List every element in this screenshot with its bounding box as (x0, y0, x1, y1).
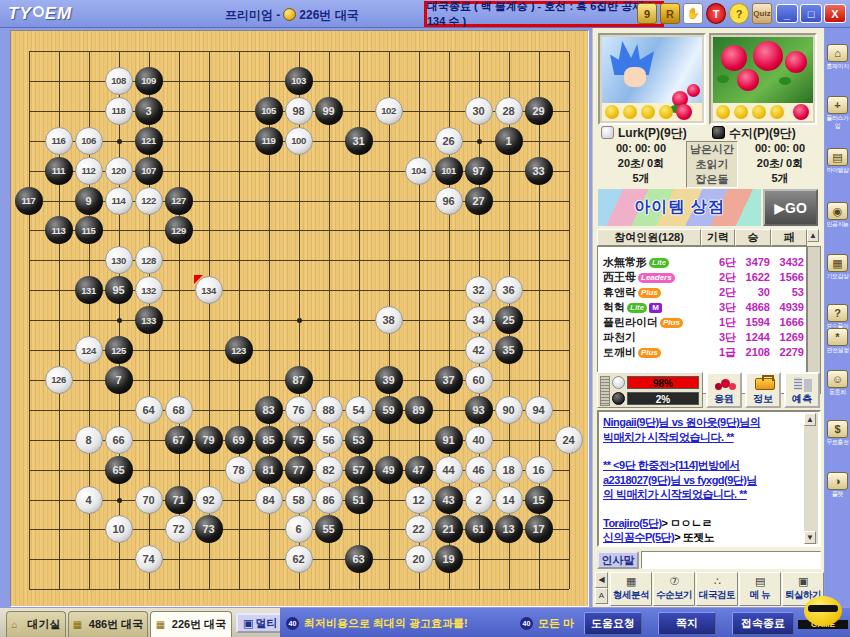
stone-96[interactable]: 96 (435, 187, 463, 215)
stone-17[interactable]: 17 (525, 515, 553, 543)
multi-button[interactable]: ▣멀티 (236, 613, 284, 633)
stone-25[interactable]: 25 (495, 306, 523, 334)
쪽지-button[interactable]: 쪽지 (658, 612, 716, 635)
chat-scroll-up[interactable]: ▲ (804, 413, 816, 426)
move-number: 115 (82, 225, 96, 236)
item-shop-go-button[interactable]: ▶GO (763, 189, 818, 226)
stone-116[interactable]: 116 (45, 127, 73, 155)
move-number: 27 (472, 195, 484, 207)
stone-88[interactable]: 88 (315, 396, 343, 424)
stone-123[interactable]: 123 (225, 336, 253, 364)
rail-label: 동호회 (825, 388, 850, 396)
move-number: 118 (112, 105, 126, 116)
stone-91[interactable]: 91 (435, 426, 463, 454)
move-number: 74 (142, 553, 154, 565)
move-number: 119 (262, 135, 276, 146)
button-label: 수순보기 (654, 589, 694, 602)
stone-1[interactable]: 1 (495, 127, 523, 155)
stone-3[interactable]: 3 (135, 97, 163, 125)
gibo-icon: ▦ (827, 254, 848, 272)
ad-badge-icon: 40 (520, 617, 533, 630)
coins-icon (786, 374, 818, 392)
stone-71[interactable]: 71 (165, 486, 193, 514)
stone-106[interactable]: 106 (75, 127, 103, 155)
ad-text: 최저비용으로 최대의 광고효과를! (304, 616, 468, 631)
stone-54[interactable]: 54 (345, 396, 373, 424)
메뉴-button[interactable]: ▤메 뉴 (739, 572, 781, 606)
move-number: 73 (202, 523, 214, 535)
stone-26[interactable]: 26 (435, 127, 463, 155)
접속종료-button[interactable]: 접속종료 (732, 612, 794, 635)
vote-box: 98% 2% (597, 372, 703, 408)
player-wins: 3479 (736, 255, 770, 270)
stone-105[interactable]: 105 (255, 97, 283, 125)
plus-badge: Plus (638, 288, 661, 298)
stone-4[interactable]: 4 (75, 486, 103, 514)
roster-scroll-up[interactable]: ▲ (807, 229, 819, 242)
stone-39[interactable]: 39 (375, 366, 403, 394)
stone-30[interactable]: 30 (465, 97, 493, 125)
stone-38[interactable]: 38 (375, 306, 403, 334)
stone-108[interactable]: 108 (105, 67, 133, 95)
stone-87[interactable]: 87 (285, 366, 313, 394)
tab-486번대국[interactable]: ▦486번 대국 (68, 611, 148, 637)
club-rail-item[interactable]: ☺동호회 (825, 370, 850, 396)
stone-79[interactable]: 79 (195, 426, 223, 454)
stone-84[interactable]: 84 (255, 486, 283, 514)
move-number: 19 (442, 553, 454, 565)
stone-61[interactable]: 61 (465, 515, 493, 543)
도움요청-button[interactable]: 도움요청 (584, 612, 642, 635)
close-button[interactable]: X (824, 4, 846, 23)
stone-126[interactable]: 126 (45, 366, 73, 394)
stone-97[interactable]: 97 (465, 157, 493, 185)
대국검토-button[interactable]: ∴대국검토 (696, 572, 738, 606)
move-number: 134 (201, 285, 215, 296)
stone-55[interactable]: 55 (315, 515, 343, 543)
move-number: 128 (141, 255, 155, 266)
item-shop-rail-item[interactable]: ▤아이템샵 (825, 148, 850, 174)
rank-9-badge-icon[interactable]: 9 (637, 3, 657, 24)
stone-129[interactable]: 129 (165, 216, 193, 244)
button-label: 대국검토 (697, 589, 737, 602)
button-label: 메 뉴 (740, 589, 780, 602)
move-number: 93 (472, 404, 484, 416)
stone-20[interactable]: 20 (405, 545, 433, 573)
stone-63[interactable]: 63 (345, 545, 373, 573)
stone-77[interactable]: 77 (285, 456, 313, 484)
problem-rail-item[interactable]: ?묘수풀이 (825, 304, 850, 330)
stone-99[interactable]: 99 (315, 97, 343, 125)
stone-114[interactable]: 114 (105, 187, 133, 215)
room-title: 226번 대국 (299, 8, 358, 22)
stone-115[interactable]: 115 (75, 216, 103, 244)
button-label: 정보 (747, 392, 779, 406)
stone-68[interactable]: 68 (165, 396, 193, 424)
stone-86[interactable]: 86 (315, 486, 343, 514)
stone-16[interactable]: 16 (525, 456, 553, 484)
titlebar-icons: 9 R ✋ T ? Quiz (637, 3, 772, 24)
move-number: 37 (442, 374, 454, 386)
stone-85[interactable]: 85 (255, 426, 283, 454)
move-number: 69 (232, 434, 244, 446)
stone-31[interactable]: 31 (345, 127, 373, 155)
stone-47[interactable]: 47 (405, 456, 433, 484)
stone-44[interactable]: 44 (435, 456, 463, 484)
plus-join-rail-item[interactable]: +플러스가입 (825, 96, 850, 130)
font-button[interactable]: A (595, 588, 608, 604)
stone-10[interactable]: 10 (105, 515, 133, 543)
stone-22[interactable]: 22 (405, 515, 433, 543)
stone-93[interactable]: 93 (465, 396, 493, 424)
ad-bar: 40최저비용으로 최대의 광고효과를!40모든 마도움요청쪽지접속종료 (280, 608, 850, 637)
stone-72[interactable]: 72 (165, 515, 193, 543)
player-rank: 3단 (706, 330, 736, 345)
move-number: 98 (292, 105, 304, 117)
move-number: 2 (475, 494, 481, 506)
move-number: 111 (52, 165, 65, 176)
move-number: 7 (115, 374, 121, 386)
move-number: 21 (442, 523, 454, 535)
move-number: 68 (172, 404, 184, 416)
stone-98[interactable]: 98 (285, 97, 313, 125)
move-number: 91 (442, 434, 454, 446)
stone-15[interactable]: 15 (525, 486, 553, 514)
item-shop-banner[interactable]: 아이템 상점 (598, 189, 761, 226)
player-rank: 2단 (706, 285, 736, 300)
stone-51[interactable]: 51 (345, 486, 373, 514)
stone-78[interactable]: 78 (225, 456, 253, 484)
greeting-button[interactable]: 인사말 (597, 551, 639, 569)
go-board[interactable]: 1081091031183105989910230282911610612111… (10, 30, 589, 607)
move-number: 86 (322, 494, 334, 506)
stone-119[interactable]: 119 (255, 127, 283, 155)
player-rank: 6단 (706, 255, 736, 270)
stone-95[interactable]: 95 (105, 276, 133, 304)
move-number: 67 (172, 434, 184, 446)
stone-67[interactable]: 67 (165, 426, 193, 454)
star-point (117, 318, 122, 323)
stone-57[interactable]: 57 (345, 456, 373, 484)
stone-120[interactable]: 120 (105, 157, 133, 185)
roster-row[interactable]: 휴앤락Plus2단3053 (598, 285, 806, 300)
stone-7[interactable]: 7 (105, 366, 133, 394)
stone-92[interactable]: 92 (195, 486, 223, 514)
tool-icon: ▦ (611, 573, 651, 589)
move-number: 57 (352, 464, 364, 476)
move-number: 1 (505, 135, 511, 147)
roster-row[interactable]: 토깨비Plus1급21082279 (598, 345, 806, 360)
move-number: 95 (112, 284, 124, 296)
board-icon: ▦ (73, 619, 86, 631)
형세분석-button[interactable]: ▦형세분석 (610, 572, 652, 606)
move-number: 104 (411, 165, 425, 176)
move-number: 107 (141, 165, 155, 176)
move-number: 20 (412, 553, 424, 565)
move-number: 78 (232, 464, 244, 476)
button-label: 형세분석 (611, 589, 651, 602)
stone-124[interactable]: 124 (75, 336, 103, 364)
stone-42[interactable]: 42 (465, 336, 493, 364)
player-rank: 1급 (706, 345, 736, 360)
예측-button[interactable]: 예측 (784, 372, 820, 408)
stone-28[interactable]: 28 (495, 97, 523, 125)
stone-58[interactable]: 58 (285, 486, 313, 514)
stone-46[interactable]: 46 (465, 456, 493, 484)
stone-81[interactable]: 81 (255, 456, 283, 484)
greeting-row: 인사말 (597, 551, 821, 569)
stone-111[interactable]: 111 (45, 157, 73, 185)
stone-75[interactable]: 75 (285, 426, 313, 454)
move-number: 83 (262, 404, 274, 416)
quiz-bulb-icon[interactable]: ? (729, 3, 749, 24)
player-name: 西王母Leaders (603, 270, 675, 285)
move-number: 64 (142, 404, 154, 416)
recharge-rail-item[interactable]: $무료충전 (825, 420, 850, 446)
button-label: 예측 (786, 392, 818, 406)
minimize-button[interactable]: _ (776, 4, 798, 23)
stone-29[interactable]: 29 (525, 97, 553, 125)
roster-header-loss[interactable]: 패 (771, 229, 807, 246)
stone-19[interactable]: 19 (435, 545, 463, 573)
roster-header-rank[interactable]: 기력 (701, 229, 735, 246)
stone-13[interactable]: 13 (495, 515, 523, 543)
응원-button[interactable]: 응원 (706, 372, 742, 408)
plus-join-icon: + (827, 96, 848, 114)
tab-label: 226번 대국 (172, 617, 226, 632)
stone-83[interactable]: 83 (255, 396, 283, 424)
move-number: 16 (532, 464, 544, 476)
stone-14[interactable]: 14 (495, 486, 523, 514)
move-number: 9 (85, 195, 91, 207)
stone-40[interactable]: 40 (465, 426, 493, 454)
player-losses: 4939 (770, 300, 804, 315)
rank-trophy-icon[interactable]: R (660, 3, 680, 24)
chat-line: 신의꼼수P(5단)> 또젯노 (603, 530, 803, 545)
roster-row[interactable]: 파천기3단12441269 (598, 330, 806, 345)
player-name: 파천기 (603, 330, 636, 345)
stone-21[interactable]: 21 (435, 515, 463, 543)
stone-122[interactable]: 122 (135, 187, 163, 215)
player-wins: 2108 (736, 345, 770, 360)
stone-125[interactable]: 125 (105, 336, 133, 364)
quiz-mail-icon[interactable]: Quiz (752, 3, 772, 24)
stone-132[interactable]: 132 (135, 276, 163, 304)
vote-slider[interactable] (600, 376, 610, 406)
chat-line: ** <9단 한중전>[114]번방에서 (603, 458, 803, 473)
maximize-button[interactable]: □ (800, 4, 822, 23)
stone-118[interactable]: 118 (105, 97, 133, 125)
stone-113[interactable]: 113 (45, 216, 73, 244)
chat-scroll-down[interactable]: ▼ (804, 531, 816, 544)
stone-130[interactable]: 130 (105, 246, 133, 274)
settings-rail-item[interactable]: *관전설정 (825, 328, 850, 354)
stone-76[interactable]: 76 (285, 396, 313, 424)
stone-102[interactable]: 102 (375, 97, 403, 125)
stone-104[interactable]: 104 (405, 157, 433, 185)
move-number: 105 (261, 105, 275, 116)
move-number: 131 (81, 285, 95, 296)
stone-133[interactable]: 133 (135, 306, 163, 334)
stone-6[interactable]: 6 (285, 515, 313, 543)
roster-row[interactable]: 水無常形Lite6단34793432 (598, 255, 806, 270)
tab-대기실[interactable]: ⌂대기실 (6, 611, 66, 637)
chat-scrollbar[interactable]: ▲ ▼ (804, 413, 818, 544)
grid-line (569, 51, 570, 589)
stone-70[interactable]: 70 (135, 486, 163, 514)
stone-2[interactable]: 2 (465, 486, 493, 514)
move-number: 31 (352, 135, 364, 147)
white-periods: 5개 (598, 171, 684, 186)
stone-8[interactable]: 8 (75, 426, 103, 454)
tab-226번대국[interactable]: ▦226번 대국 (150, 611, 232, 637)
move-number: 102 (381, 105, 395, 116)
stone-74[interactable]: 74 (135, 545, 163, 573)
star-point (117, 139, 122, 144)
stone-131[interactable]: 131 (75, 276, 103, 304)
stone-94[interactable]: 94 (525, 396, 553, 424)
stone-59[interactable]: 59 (375, 396, 403, 424)
move-number: 32 (472, 284, 484, 296)
roster-header-win[interactable]: 승 (735, 229, 771, 246)
gibo-rail-item[interactable]: ▦기보감상 (825, 254, 850, 280)
stone-34[interactable]: 34 (465, 306, 493, 334)
star-point (297, 318, 302, 323)
stone-24[interactable]: 24 (555, 426, 583, 454)
move-number: 51 (352, 494, 364, 506)
gold-stone-icon (283, 8, 296, 21)
move-number: 43 (442, 494, 454, 506)
chat-box[interactable]: Ningaii(9단)님 vs 원아웃(9단)님의빅매치가 시작되었습니다. *… (597, 410, 821, 547)
chat-input[interactable] (641, 551, 821, 569)
home-rail-item[interactable]: ⌂홈페이지 (825, 44, 850, 70)
수순보기-button[interactable]: ⑦수순보기 (653, 572, 695, 606)
move-number: 130 (111, 255, 125, 266)
stone-117[interactable]: 117 (15, 187, 43, 215)
stone-127[interactable]: 127 (165, 187, 193, 215)
player-name: 헉헉LiteM (603, 300, 662, 315)
stone-121[interactable]: 121 (135, 127, 163, 155)
hand-icon[interactable]: ✋ (683, 3, 703, 24)
last-move-marker (194, 275, 203, 284)
stone-134[interactable]: 134 (195, 276, 223, 304)
move-number: 56 (322, 434, 334, 446)
stone-12[interactable]: 12 (405, 486, 433, 514)
collapse-button[interactable]: ◀ (595, 572, 608, 588)
stone-32[interactable]: 32 (465, 276, 493, 304)
move-number: 3 (145, 105, 151, 117)
stone-103[interactable]: 103 (285, 67, 313, 95)
stone-101[interactable]: 101 (435, 157, 463, 185)
stone-60[interactable]: 60 (465, 366, 493, 394)
stone-90[interactable]: 90 (495, 396, 523, 424)
stone-89[interactable]: 89 (405, 396, 433, 424)
clock-labels: 남은시간 초읽기 잡은돌 (686, 141, 738, 188)
roster-row[interactable]: 西王母Leaders2단16221566 (598, 270, 806, 285)
stone-100[interactable]: 100 (285, 127, 313, 155)
stone-112[interactable]: 112 (75, 157, 103, 185)
stone-56[interactable]: 56 (315, 426, 343, 454)
stone-33[interactable]: 33 (525, 157, 553, 185)
move-number: 126 (51, 374, 65, 385)
stone-107[interactable]: 107 (135, 157, 163, 185)
rail-label: 룰렛 (825, 490, 850, 498)
tool-icon: ∴ (697, 573, 737, 589)
premium-label: 프리미엄 - (225, 8, 280, 22)
stone-49[interactable]: 49 (375, 456, 403, 484)
white-stone-icon (601, 126, 614, 139)
stone-43[interactable]: 43 (435, 486, 463, 514)
move-number: 77 (292, 464, 304, 476)
stone-37[interactable]: 37 (435, 366, 463, 394)
player-losses: 3432 (770, 255, 804, 270)
roster-row[interactable]: 헉헉LiteM3단48684939 (598, 300, 806, 315)
stone-62[interactable]: 62 (285, 545, 313, 573)
stone-36[interactable]: 36 (495, 276, 523, 304)
정보-button[interactable]: 정보 (745, 372, 781, 408)
home-icon: ⌂ (12, 619, 25, 631)
stone-69[interactable]: 69 (225, 426, 253, 454)
move-number: 71 (172, 494, 184, 506)
move-number: 76 (292, 404, 304, 416)
stone-53[interactable]: 53 (345, 426, 373, 454)
move-number: 6 (295, 523, 301, 535)
window-controls: _ □ X (776, 4, 846, 23)
stone-128[interactable]: 128 (135, 246, 163, 274)
move-number: 61 (472, 523, 484, 535)
room-info: 프리미엄 -226번 대국 (225, 7, 359, 24)
stone-65[interactable]: 65 (105, 456, 133, 484)
move-number: 121 (141, 135, 155, 146)
chat-line: Torajiro(5단)> ㅁㅇㄴㄹ (603, 516, 803, 531)
chat-user-name[interactable]: Torajiro(5단) (603, 517, 662, 529)
move-number: 72 (172, 523, 184, 535)
ai-rail-item[interactable]: ◉인공지능 (825, 202, 850, 228)
move-number: 46 (472, 464, 484, 476)
player-losses: 2279 (770, 345, 804, 360)
stone-27[interactable]: 27 (465, 187, 493, 215)
game-smiley-icon[interactable]: GAME (798, 596, 848, 637)
chat-line: a2318027(9단)님 vs fyxgd(9단)님 (603, 473, 803, 488)
stone-66[interactable]: 66 (105, 426, 133, 454)
white-clock: 00: 00: 00 20초/ 0회 5개 (598, 141, 684, 188)
move-number: 65 (112, 464, 124, 476)
game-status-banner: 대국종료 ( 백 불계승 ) - 호선 : 흑 6집반 공제 ( 134 수 ) (424, 1, 664, 27)
grid-line (29, 589, 569, 590)
roster-row[interactable]: 플린라이더Plus1단15941666 (598, 315, 806, 330)
stone-9[interactable]: 9 (75, 187, 103, 215)
roulette-rail-item[interactable]: ◑룰렛 (825, 472, 850, 498)
move-number: 99 (322, 105, 334, 117)
stone-109[interactable]: 109 (135, 67, 163, 95)
stone-82[interactable]: 82 (315, 456, 343, 484)
move-number: 38 (382, 314, 394, 326)
recharge-icon: $ (827, 420, 848, 438)
stone-73[interactable]: 73 (195, 515, 223, 543)
stone-18[interactable]: 18 (495, 456, 523, 484)
move-number: 108 (111, 75, 125, 86)
roster-header-name[interactable]: 참여인원(128) (597, 229, 701, 246)
chat-user-name[interactable]: 신의꼼수P(5단) (603, 531, 674, 543)
t-coin-icon[interactable]: T (706, 3, 726, 24)
white-avatar-image (602, 37, 702, 121)
rail-label: 기보감상 (825, 272, 850, 280)
roster-header: 참여인원(128) 기력 승 패 ▲ (597, 229, 821, 246)
stone-64[interactable]: 64 (135, 396, 163, 424)
stone-35[interactable]: 35 (495, 336, 523, 364)
move-number: 106 (81, 135, 95, 146)
move-number: 87 (292, 374, 304, 386)
